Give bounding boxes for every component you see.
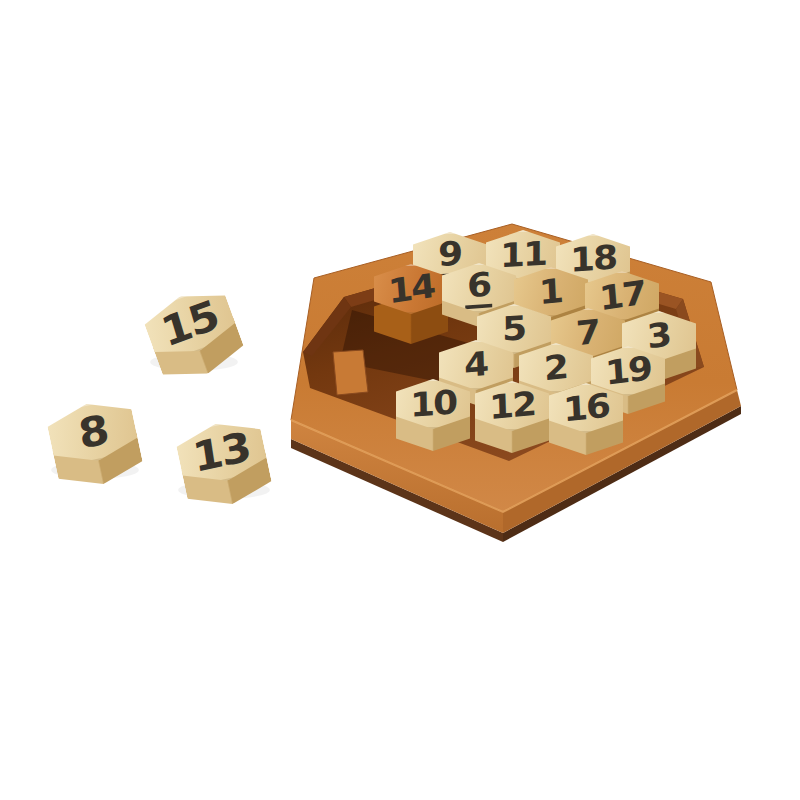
- tile-number: 6: [465, 267, 493, 309]
- tile-16[interactable]: 16: [549, 383, 623, 455]
- tile-number: 16: [562, 389, 609, 427]
- tile-12[interactable]: 12: [475, 381, 549, 453]
- tile-number: 8: [75, 409, 109, 455]
- tiles-layer: 91118146117573421910121615813: [0, 0, 800, 800]
- tile-number: 10: [410, 386, 456, 422]
- tile-8[interactable]: 8: [44, 395, 145, 493]
- tile-14[interactable]: 14: [374, 264, 448, 344]
- tile-number: 14: [387, 269, 435, 308]
- tile-number: 13: [190, 426, 252, 478]
- tile-15[interactable]: 15: [140, 282, 249, 388]
- tile-10[interactable]: 10: [396, 379, 470, 451]
- tile-13[interactable]: 13: [173, 415, 274, 513]
- tile-number: 12: [489, 387, 536, 424]
- puzzle-scene: 91118146117573421910121615813: [0, 0, 800, 800]
- tile-number: 4: [464, 347, 488, 382]
